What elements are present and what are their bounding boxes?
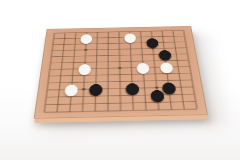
board-tilt-wrapper: ●●●●●●●●●●●●: [0, 0, 240, 160]
grid-lines: [34, 26, 208, 119]
go-board: ●●●●●●●●●●●●: [34, 26, 208, 119]
photo-background: ●●●●●●●●●●●●: [0, 0, 240, 160]
perspective-scene: ●●●●●●●●●●●●: [0, 0, 240, 160]
